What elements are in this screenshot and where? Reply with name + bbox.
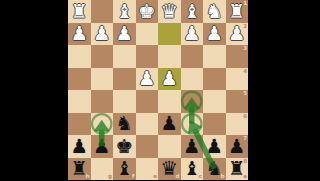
square-b7[interactable]: ♟ bbox=[203, 135, 226, 158]
white-rook[interactable]: ♜ bbox=[68, 0, 91, 23]
square-a8[interactable]: ♜8a bbox=[226, 158, 249, 181]
square-c7[interactable]: ♟ bbox=[181, 135, 204, 158]
chess-board: ♜♝♚♛♝♞♜1♟♟♟♟♟♟23♟♟45♞♟6♟♟♚♟♟♟7♜hg♝fe♛d♝c… bbox=[68, 0, 248, 180]
square-e4[interactable]: ♟ bbox=[136, 68, 159, 91]
square-d1[interactable]: ♛ bbox=[158, 0, 181, 23]
file-label-c: c bbox=[199, 174, 202, 180]
square-h1[interactable]: ♜ bbox=[68, 0, 91, 23]
file-label-d: d bbox=[176, 174, 180, 180]
black-pawn[interactable]: ♟ bbox=[158, 113, 181, 136]
square-f8[interactable]: ♝f bbox=[113, 158, 136, 181]
square-h3[interactable] bbox=[68, 45, 91, 68]
white-pawn[interactable]: ♟ bbox=[68, 23, 91, 46]
square-b6[interactable] bbox=[203, 113, 226, 136]
rank-label-2: 2 bbox=[243, 24, 247, 30]
file-label-b: b bbox=[221, 174, 225, 180]
file-label-e: e bbox=[153, 174, 157, 180]
black-pawn[interactable]: ♟ bbox=[181, 135, 204, 158]
rank-label-8: 8 bbox=[243, 159, 247, 165]
square-c4[interactable] bbox=[181, 68, 204, 91]
video-frame: ♜♝♚♛♝♞♜1♟♟♟♟♟♟23♟♟45♞♟6♟♟♚♟♟♟7♜hg♝fe♛d♝c… bbox=[0, 0, 320, 180]
square-a5[interactable]: 5 bbox=[226, 90, 249, 113]
square-b2[interactable]: ♟ bbox=[203, 23, 226, 46]
square-d3[interactable] bbox=[158, 45, 181, 68]
black-pawn[interactable]: ♟ bbox=[203, 135, 226, 158]
white-pawn[interactable]: ♟ bbox=[158, 68, 181, 91]
square-h7[interactable]: ♟ bbox=[68, 135, 91, 158]
square-f4[interactable] bbox=[113, 68, 136, 91]
square-h6[interactable] bbox=[68, 113, 91, 136]
square-g6[interactable] bbox=[91, 113, 114, 136]
white-pawn[interactable]: ♟ bbox=[91, 23, 114, 46]
left-letterbox bbox=[0, 0, 68, 180]
square-a4[interactable]: 4 bbox=[226, 68, 249, 91]
square-d7[interactable] bbox=[158, 135, 181, 158]
square-e1[interactable]: ♚ bbox=[136, 0, 159, 23]
square-d4[interactable]: ♟ bbox=[158, 68, 181, 91]
square-f6[interactable]: ♞ bbox=[113, 113, 136, 136]
square-e6[interactable] bbox=[136, 113, 159, 136]
square-a2[interactable]: ♟2 bbox=[226, 23, 249, 46]
square-c3[interactable] bbox=[181, 45, 204, 68]
white-knight[interactable]: ♞ bbox=[203, 0, 226, 23]
square-f7[interactable]: ♚ bbox=[113, 135, 136, 158]
black-king[interactable]: ♚ bbox=[113, 135, 136, 158]
square-d6[interactable]: ♟ bbox=[158, 113, 181, 136]
square-h5[interactable] bbox=[68, 90, 91, 113]
white-pawn[interactable]: ♟ bbox=[113, 23, 136, 46]
file-label-f: f bbox=[132, 174, 134, 180]
square-c8[interactable]: ♝c bbox=[181, 158, 204, 181]
square-c1[interactable]: ♝ bbox=[181, 0, 204, 23]
square-d5[interactable] bbox=[158, 90, 181, 113]
rank-label-3: 3 bbox=[243, 46, 247, 52]
square-f2[interactable]: ♟ bbox=[113, 23, 136, 46]
square-c6[interactable] bbox=[181, 113, 204, 136]
square-b1[interactable]: ♞ bbox=[203, 0, 226, 23]
white-queen[interactable]: ♛ bbox=[158, 0, 181, 23]
square-g7[interactable]: ♟ bbox=[91, 135, 114, 158]
square-e7[interactable] bbox=[136, 135, 159, 158]
square-g5[interactable] bbox=[91, 90, 114, 113]
square-a7[interactable]: ♟7 bbox=[226, 135, 249, 158]
right-letterbox bbox=[248, 0, 320, 180]
file-label-a: a bbox=[243, 174, 247, 180]
square-b5[interactable] bbox=[203, 90, 226, 113]
white-king[interactable]: ♚ bbox=[136, 0, 159, 23]
square-g8[interactable]: g bbox=[91, 158, 114, 181]
square-c5[interactable] bbox=[181, 90, 204, 113]
black-pawn[interactable]: ♟ bbox=[68, 135, 91, 158]
rank-label-5: 5 bbox=[243, 91, 247, 97]
square-f5[interactable] bbox=[113, 90, 136, 113]
square-h8[interactable]: ♜h bbox=[68, 158, 91, 181]
black-knight[interactable]: ♞ bbox=[113, 113, 136, 136]
black-pawn[interactable]: ♟ bbox=[91, 135, 114, 158]
square-g4[interactable] bbox=[91, 68, 114, 91]
white-pawn[interactable]: ♟ bbox=[181, 23, 204, 46]
square-b3[interactable] bbox=[203, 45, 226, 68]
rank-label-4: 4 bbox=[243, 69, 247, 75]
square-g3[interactable] bbox=[91, 45, 114, 68]
rank-label-6: 6 bbox=[243, 114, 247, 120]
square-a1[interactable]: ♜1 bbox=[226, 0, 249, 23]
square-f1[interactable]: ♝ bbox=[113, 0, 136, 23]
square-e3[interactable] bbox=[136, 45, 159, 68]
square-c2[interactable]: ♟ bbox=[181, 23, 204, 46]
square-b8[interactable]: ♞b bbox=[203, 158, 226, 181]
square-b4[interactable] bbox=[203, 68, 226, 91]
square-h2[interactable]: ♟ bbox=[68, 23, 91, 46]
file-label-g: g bbox=[108, 174, 112, 180]
rank-label-1: 1 bbox=[243, 1, 247, 7]
square-h4[interactable] bbox=[68, 68, 91, 91]
square-e2[interactable] bbox=[136, 23, 159, 46]
file-label-h: h bbox=[86, 174, 90, 180]
white-bishop[interactable]: ♝ bbox=[181, 0, 204, 23]
white-pawn[interactable]: ♟ bbox=[203, 23, 226, 46]
rank-label-7: 7 bbox=[243, 136, 247, 142]
white-bishop[interactable]: ♝ bbox=[113, 0, 136, 23]
square-a3[interactable]: 3 bbox=[226, 45, 249, 68]
square-d8[interactable]: ♛d bbox=[158, 158, 181, 181]
white-pawn[interactable]: ♟ bbox=[136, 68, 159, 91]
square-a6[interactable]: 6 bbox=[226, 113, 249, 136]
square-d2[interactable] bbox=[158, 23, 181, 46]
square-g1[interactable] bbox=[91, 0, 114, 23]
square-g2[interactable]: ♟ bbox=[91, 23, 114, 46]
square-f3[interactable] bbox=[113, 45, 136, 68]
square-e8[interactable]: e bbox=[136, 158, 159, 181]
square-e5[interactable] bbox=[136, 90, 159, 113]
